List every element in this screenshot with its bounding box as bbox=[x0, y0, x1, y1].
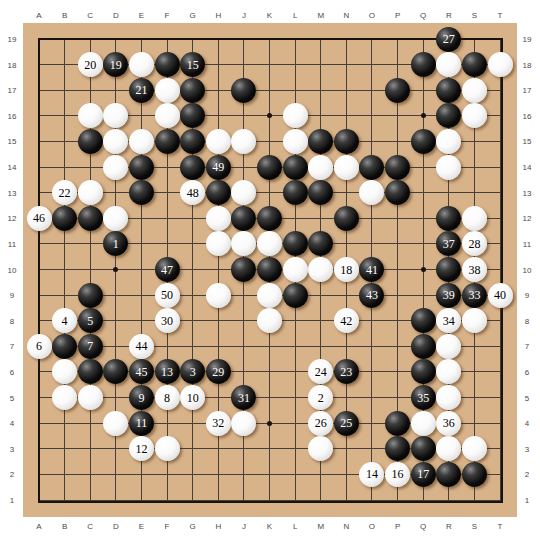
stone-black-L14[interactable] bbox=[283, 155, 308, 180]
row-label-right: 2 bbox=[525, 470, 529, 479]
stone-white-T18[interactable] bbox=[488, 52, 513, 77]
row-label-right: 16 bbox=[523, 111, 532, 120]
move-number-label: 43 bbox=[366, 289, 378, 301]
stone-white-A7[interactable]: 6 bbox=[27, 334, 52, 359]
stone-black-C9[interactable] bbox=[78, 283, 103, 308]
move-number-label: 4 bbox=[62, 315, 68, 327]
move-number-label: 24 bbox=[315, 366, 327, 378]
row-label-right: 6 bbox=[525, 367, 529, 376]
column-label-bottom: Q bbox=[420, 522, 426, 531]
stone-white-N8[interactable]: 42 bbox=[334, 308, 359, 333]
column-label-top: L bbox=[293, 11, 297, 20]
row-label-right: 8 bbox=[525, 316, 529, 325]
row-label-right: 3 bbox=[525, 444, 529, 453]
column-label-bottom: M bbox=[317, 522, 324, 531]
stone-black-M15[interactable] bbox=[308, 129, 333, 154]
stone-white-D12[interactable] bbox=[103, 206, 128, 231]
move-number-label: 37 bbox=[443, 238, 455, 250]
row-label-right: 12 bbox=[523, 214, 532, 223]
stone-white-S17[interactable] bbox=[462, 78, 487, 103]
stone-white-R4[interactable]: 36 bbox=[436, 411, 461, 436]
column-label-top: A bbox=[36, 11, 41, 20]
stone-white-S3[interactable] bbox=[462, 436, 487, 461]
stone-black-Q8[interactable] bbox=[411, 308, 436, 333]
column-label-bottom: O bbox=[369, 522, 375, 531]
stone-white-B5[interactable] bbox=[52, 385, 77, 410]
stone-white-K9[interactable] bbox=[257, 283, 282, 308]
row-label-left: 15 bbox=[8, 137, 17, 146]
move-number-label: 16 bbox=[392, 468, 404, 480]
stone-white-S12[interactable] bbox=[462, 206, 487, 231]
row-label-right: 17 bbox=[523, 86, 532, 95]
move-number-label: 19 bbox=[110, 59, 122, 71]
move-number-label: 46 bbox=[33, 212, 45, 224]
stone-black-E13[interactable] bbox=[129, 180, 154, 205]
column-label-top: N bbox=[343, 11, 349, 20]
row-label-left: 7 bbox=[10, 342, 14, 351]
stone-black-G14[interactable] bbox=[180, 155, 205, 180]
row-label-left: 14 bbox=[8, 163, 17, 172]
row-label-left: 9 bbox=[10, 291, 14, 300]
row-label-left: 6 bbox=[10, 367, 14, 376]
row-label-right: 10 bbox=[523, 265, 532, 274]
stone-white-S8[interactable] bbox=[462, 308, 487, 333]
stone-white-L15[interactable] bbox=[283, 129, 308, 154]
move-number-label: 13 bbox=[161, 366, 173, 378]
stone-white-S10[interactable]: 38 bbox=[462, 257, 487, 282]
column-label-bottom: T bbox=[498, 522, 503, 531]
stone-black-P14[interactable] bbox=[385, 155, 410, 180]
row-label-left: 1 bbox=[10, 496, 14, 505]
move-number-label: 26 bbox=[315, 417, 327, 429]
row-label-right: 19 bbox=[523, 35, 532, 44]
column-label-bottom: K bbox=[267, 522, 272, 531]
stone-black-N4[interactable]: 25 bbox=[334, 411, 359, 436]
stone-white-E7[interactable]: 44 bbox=[129, 334, 154, 359]
stone-white-F8[interactable]: 30 bbox=[155, 308, 180, 333]
star-point bbox=[421, 267, 426, 272]
stone-black-R9[interactable]: 39 bbox=[436, 283, 461, 308]
column-label-top: G bbox=[190, 11, 196, 20]
move-number-label: 29 bbox=[212, 366, 224, 378]
move-number-label: 11 bbox=[136, 417, 148, 429]
row-label-left: 3 bbox=[10, 444, 14, 453]
stone-black-R19[interactable]: 27 bbox=[436, 27, 461, 52]
move-number-label: 35 bbox=[417, 392, 429, 404]
move-number-label: 40 bbox=[494, 289, 506, 301]
stone-white-M4[interactable]: 26 bbox=[308, 411, 333, 436]
move-number-label: 33 bbox=[468, 289, 480, 301]
stone-white-Q4[interactable] bbox=[411, 411, 436, 436]
move-number-label: 6 bbox=[36, 340, 42, 352]
move-number-label: 41 bbox=[366, 264, 378, 276]
row-label-left: 5 bbox=[10, 393, 14, 402]
stone-black-R12[interactable] bbox=[436, 206, 461, 231]
stone-black-N15[interactable] bbox=[334, 129, 359, 154]
stone-white-F3[interactable] bbox=[155, 436, 180, 461]
move-number-label: 5 bbox=[87, 315, 93, 327]
move-number-label: 47 bbox=[161, 264, 173, 276]
stone-white-F17[interactable] bbox=[155, 78, 180, 103]
stone-black-O9[interactable]: 43 bbox=[359, 283, 384, 308]
move-number-label: 42 bbox=[340, 315, 352, 327]
stone-black-C8[interactable]: 5 bbox=[78, 308, 103, 333]
row-label-left: 16 bbox=[8, 111, 17, 120]
stone-black-L11[interactable] bbox=[283, 231, 308, 256]
move-number-label: 1 bbox=[113, 238, 119, 250]
stone-black-E4[interactable]: 11 bbox=[129, 411, 154, 436]
stone-white-D4[interactable] bbox=[103, 411, 128, 436]
stone-white-J4[interactable] bbox=[231, 411, 256, 436]
move-number-label: 31 bbox=[238, 392, 250, 404]
column-label-top: O bbox=[369, 11, 375, 20]
stone-black-G17[interactable] bbox=[180, 78, 205, 103]
column-label-bottom: R bbox=[446, 522, 452, 531]
stone-white-C16[interactable] bbox=[78, 103, 103, 128]
row-label-left: 10 bbox=[8, 265, 17, 274]
stone-black-F10[interactable]: 47 bbox=[155, 257, 180, 282]
row-label-left: 12 bbox=[8, 214, 17, 223]
stone-black-Q18[interactable] bbox=[411, 52, 436, 77]
stone-white-D14[interactable] bbox=[103, 155, 128, 180]
row-label-right: 18 bbox=[523, 60, 532, 69]
stone-black-Q5[interactable]: 35 bbox=[411, 385, 436, 410]
stone-black-F15[interactable] bbox=[155, 129, 180, 154]
stone-black-C7[interactable]: 7 bbox=[78, 334, 103, 359]
row-label-left: 2 bbox=[10, 470, 14, 479]
move-number-label: 38 bbox=[468, 264, 480, 276]
stone-black-H13[interactable] bbox=[206, 180, 231, 205]
stone-white-L10[interactable] bbox=[283, 257, 308, 282]
star-point bbox=[267, 421, 272, 426]
stone-white-P2[interactable]: 16 bbox=[385, 462, 410, 487]
move-number-label: 20 bbox=[84, 59, 96, 71]
stone-white-E18[interactable] bbox=[129, 52, 154, 77]
stone-black-C15[interactable] bbox=[78, 129, 103, 154]
row-label-left: 4 bbox=[10, 419, 14, 428]
stone-white-L16[interactable] bbox=[283, 103, 308, 128]
column-label-bottom: L bbox=[293, 522, 297, 531]
move-number-label: 14 bbox=[366, 468, 378, 480]
column-label-top: Q bbox=[420, 11, 426, 20]
move-number-label: 27 bbox=[443, 33, 455, 45]
stone-black-J12[interactable] bbox=[231, 206, 256, 231]
stone-white-H11[interactable] bbox=[206, 231, 231, 256]
row-label-right: 5 bbox=[525, 393, 529, 402]
column-label-top: H bbox=[215, 11, 221, 20]
row-label-right: 13 bbox=[523, 188, 532, 197]
stone-white-H9[interactable] bbox=[206, 283, 231, 308]
row-label-right: 7 bbox=[525, 342, 529, 351]
stone-black-S9[interactable]: 33 bbox=[462, 283, 487, 308]
row-label-left: 11 bbox=[8, 239, 16, 248]
column-label-bottom: H bbox=[215, 522, 221, 531]
stone-black-E14[interactable] bbox=[129, 155, 154, 180]
stone-black-L13[interactable] bbox=[283, 180, 308, 205]
stone-black-Q3[interactable] bbox=[411, 436, 436, 461]
stone-black-G15[interactable] bbox=[180, 129, 205, 154]
move-number-label: 48 bbox=[187, 187, 199, 199]
row-label-right: 14 bbox=[523, 163, 532, 172]
move-number-label: 28 bbox=[468, 238, 480, 250]
stone-white-M14[interactable] bbox=[308, 155, 333, 180]
row-label-right: 11 bbox=[523, 239, 531, 248]
stone-black-Q2[interactable]: 17 bbox=[411, 462, 436, 487]
row-label-right: 1 bbox=[525, 496, 529, 505]
move-number-label: 44 bbox=[135, 340, 147, 352]
column-label-bottom: E bbox=[139, 522, 144, 531]
move-number-label: 9 bbox=[138, 392, 144, 404]
stone-white-H4[interactable]: 32 bbox=[206, 411, 231, 436]
row-label-right: 15 bbox=[523, 137, 532, 146]
column-label-top: C bbox=[87, 11, 93, 20]
move-number-label: 49 bbox=[212, 161, 224, 173]
move-number-label: 45 bbox=[135, 366, 147, 378]
move-number-label: 8 bbox=[164, 392, 170, 404]
stone-white-F9[interactable]: 50 bbox=[155, 283, 180, 308]
stone-white-H12[interactable] bbox=[206, 206, 231, 231]
stone-white-E15[interactable] bbox=[129, 129, 154, 154]
move-number-label: 17 bbox=[417, 468, 429, 480]
stone-white-T9[interactable]: 40 bbox=[488, 283, 513, 308]
row-label-right: 9 bbox=[525, 291, 529, 300]
stone-black-N12[interactable] bbox=[334, 206, 359, 231]
stone-black-S2[interactable] bbox=[462, 462, 487, 487]
stone-black-O14[interactable] bbox=[359, 155, 384, 180]
stone-black-F18[interactable] bbox=[155, 52, 180, 77]
stone-white-C13[interactable] bbox=[78, 180, 103, 205]
column-label-bottom: A bbox=[36, 522, 41, 531]
stone-black-F6[interactable]: 13 bbox=[155, 359, 180, 384]
stone-black-R17[interactable] bbox=[436, 78, 461, 103]
row-label-left: 19 bbox=[8, 35, 17, 44]
row-label-left: 18 bbox=[8, 60, 17, 69]
column-label-top: F bbox=[165, 11, 170, 20]
stone-black-J17[interactable] bbox=[231, 78, 256, 103]
column-label-bottom: F bbox=[165, 522, 170, 531]
stone-black-B7[interactable] bbox=[52, 334, 77, 359]
move-number-label: 15 bbox=[187, 59, 199, 71]
stone-black-K14[interactable] bbox=[257, 155, 282, 180]
column-label-top: E bbox=[139, 11, 144, 20]
stone-black-C12[interactable] bbox=[78, 206, 103, 231]
stone-black-L9[interactable] bbox=[283, 283, 308, 308]
stone-black-P17[interactable] bbox=[385, 78, 410, 103]
move-number-label: 21 bbox=[135, 84, 147, 96]
stone-white-C18[interactable]: 20 bbox=[78, 52, 103, 77]
move-number-label: 30 bbox=[161, 315, 173, 327]
stone-white-F16[interactable] bbox=[155, 103, 180, 128]
stone-black-K12[interactable] bbox=[257, 206, 282, 231]
move-number-label: 22 bbox=[59, 187, 71, 199]
move-number-label: 3 bbox=[190, 366, 196, 378]
stone-white-F5[interactable]: 8 bbox=[155, 385, 180, 410]
stone-white-N10[interactable]: 18 bbox=[334, 257, 359, 282]
stone-white-C5[interactable] bbox=[78, 385, 103, 410]
move-number-label: 34 bbox=[443, 315, 455, 327]
go-board-diagram: AABBCCDDEEFFGGHHJJKKLLMMNNOOPPQQRRSSTT19… bbox=[0, 0, 540, 540]
column-label-bottom: S bbox=[472, 522, 477, 531]
column-label-bottom: B bbox=[62, 522, 67, 531]
stone-black-R2[interactable] bbox=[436, 462, 461, 487]
stone-black-P4[interactable] bbox=[385, 411, 410, 436]
move-number-label: 50 bbox=[161, 289, 173, 301]
stone-black-Q15[interactable] bbox=[411, 129, 436, 154]
column-label-bottom: P bbox=[395, 522, 400, 531]
stone-black-K10[interactable] bbox=[257, 257, 282, 282]
move-number-label: 7 bbox=[87, 340, 93, 352]
stone-white-N14[interactable] bbox=[334, 155, 359, 180]
column-label-top: R bbox=[446, 11, 452, 20]
column-label-top: T bbox=[498, 11, 503, 20]
stone-white-R14[interactable] bbox=[436, 155, 461, 180]
move-number-label: 39 bbox=[443, 289, 455, 301]
stone-black-E17[interactable]: 21 bbox=[129, 78, 154, 103]
column-label-bottom: J bbox=[242, 522, 246, 531]
move-number-label: 10 bbox=[187, 392, 199, 404]
move-number-label: 25 bbox=[340, 417, 352, 429]
column-label-top: D bbox=[113, 11, 119, 20]
move-number-label: 32 bbox=[212, 417, 224, 429]
column-label-top: P bbox=[395, 11, 400, 20]
stone-black-Q6[interactable] bbox=[411, 359, 436, 384]
stone-black-E5[interactable]: 9 bbox=[129, 385, 154, 410]
column-label-top: S bbox=[472, 11, 477, 20]
move-number-label: 18 bbox=[340, 264, 352, 276]
row-label-right: 4 bbox=[525, 419, 529, 428]
column-label-top: B bbox=[62, 11, 67, 20]
move-number-label: 36 bbox=[443, 417, 455, 429]
column-label-bottom: N bbox=[343, 522, 349, 531]
column-label-top: M bbox=[317, 11, 324, 20]
column-label-top: K bbox=[267, 11, 272, 20]
stone-black-C6[interactable] bbox=[78, 359, 103, 384]
move-number-label: 23 bbox=[340, 366, 352, 378]
stone-white-R7[interactable] bbox=[436, 334, 461, 359]
row-label-left: 17 bbox=[8, 86, 17, 95]
column-label-top: J bbox=[242, 11, 246, 20]
column-label-bottom: C bbox=[87, 522, 93, 531]
stone-white-A12[interactable]: 46 bbox=[27, 206, 52, 231]
column-label-bottom: D bbox=[113, 522, 119, 531]
stone-black-Q7[interactable] bbox=[411, 334, 436, 359]
stone-black-H14[interactable]: 49 bbox=[206, 155, 231, 180]
column-label-bottom: G bbox=[190, 522, 196, 531]
move-number-label: 12 bbox=[135, 443, 147, 455]
stone-black-S18[interactable] bbox=[462, 52, 487, 77]
row-label-left: 8 bbox=[10, 316, 14, 325]
move-number-label: 2 bbox=[318, 392, 324, 404]
stone-white-H15[interactable] bbox=[206, 129, 231, 154]
row-label-left: 13 bbox=[8, 188, 17, 197]
stone-black-B12[interactable] bbox=[52, 206, 77, 231]
